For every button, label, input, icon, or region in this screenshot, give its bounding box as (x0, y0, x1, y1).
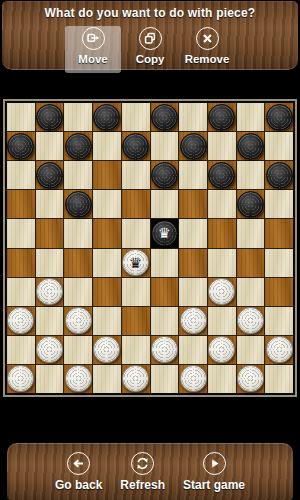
square-r7c4[interactable] (93, 278, 121, 306)
square-r10c6[interactable] (151, 365, 179, 393)
square-r3c6[interactable] (151, 161, 179, 189)
square-r9c1[interactable] (7, 336, 35, 364)
square-r8c9[interactable] (237, 307, 265, 335)
square-r7c3[interactable] (64, 278, 92, 306)
move-button-label: Move (78, 53, 107, 65)
black-king[interactable]: ♛ (151, 220, 178, 247)
square-r5c2[interactable] (36, 219, 64, 247)
square-r8c8[interactable] (208, 307, 236, 335)
square-r8c1[interactable] (7, 307, 35, 335)
white-man[interactable] (7, 307, 34, 334)
square-r2c5[interactable] (122, 132, 150, 160)
dialog-title: What do you want to do with piece? (2, 6, 298, 20)
remove-button[interactable]: Remove (179, 26, 235, 73)
bottom-button-row: Go back Refresh (7, 451, 293, 492)
crown-icon: ♛ (123, 250, 148, 275)
square-r5c7[interactable] (179, 219, 207, 247)
square-r4c5[interactable] (122, 190, 150, 218)
bottom-nav-bar: Go back Refresh (7, 443, 293, 500)
square-r6c2[interactable] (36, 249, 64, 277)
black-man[interactable] (122, 133, 149, 160)
black-man[interactable] (93, 104, 120, 131)
go-back-label: Go back (55, 478, 102, 492)
white-man[interactable] (122, 365, 149, 392)
black-man[interactable] (180, 133, 207, 160)
square-r6c7[interactable] (179, 249, 207, 277)
square-r1c5[interactable] (122, 103, 150, 131)
square-r9c6[interactable] (151, 336, 179, 364)
square-r5c10[interactable] (265, 219, 293, 247)
square-r4c1[interactable] (7, 190, 35, 218)
square-r6c9[interactable] (237, 249, 265, 277)
black-man[interactable] (36, 104, 63, 131)
square-r9c5[interactable] (122, 336, 150, 364)
refresh-label: Refresh (120, 478, 165, 492)
white-man[interactable] (237, 307, 264, 334)
square-r3c4[interactable] (93, 161, 121, 189)
square-r10c1[interactable] (7, 365, 35, 393)
square-r1c1[interactable] (7, 103, 35, 131)
square-r8c6[interactable] (151, 307, 179, 335)
square-r2c2[interactable] (36, 132, 64, 160)
remove-button-label: Remove (185, 53, 230, 65)
square-r4c4[interactable] (93, 190, 121, 218)
square-r10c2[interactable] (36, 365, 64, 393)
square-r3c9[interactable] (237, 161, 265, 189)
square-r5c8[interactable] (208, 219, 236, 247)
square-r10c7[interactable] (179, 365, 207, 393)
square-r2c7[interactable] (179, 132, 207, 160)
refresh-icon (131, 452, 154, 475)
square-r4c10[interactable] (265, 190, 293, 218)
white-king[interactable]: ♛ (122, 249, 149, 276)
square-r6c1[interactable] (7, 249, 35, 277)
square-r7c2[interactable] (36, 278, 64, 306)
refresh-button[interactable]: Refresh (120, 451, 165, 492)
square-r3c8[interactable] (208, 161, 236, 189)
go-back-icon (67, 452, 90, 475)
square-r8c7[interactable] (179, 307, 207, 335)
square-r7c5[interactable] (122, 278, 150, 306)
square-r6c5[interactable]: ♛ (122, 249, 150, 277)
dialog-button-row: Move Copy Remove (2, 26, 298, 73)
black-man[interactable] (7, 133, 34, 160)
board-frame: ♛♛ (3, 99, 297, 397)
square-r6c10[interactable] (265, 249, 293, 277)
square-r7c10[interactable] (265, 278, 293, 306)
checkers-app-screen: What do you want to do with piece? Move (0, 0, 300, 500)
white-man[interactable] (65, 365, 92, 392)
square-r4c2[interactable] (36, 190, 64, 218)
square-r8c10[interactable] (265, 307, 293, 335)
square-r7c9[interactable] (237, 278, 265, 306)
square-r2c9[interactable] (237, 132, 265, 160)
black-man[interactable] (65, 191, 92, 218)
square-r10c9[interactable] (237, 365, 265, 393)
copy-icon (139, 27, 162, 50)
square-r5c6[interactable]: ♛ (151, 219, 179, 247)
square-r8c2[interactable] (36, 307, 64, 335)
square-r5c1[interactable] (7, 219, 35, 247)
square-r4c9[interactable] (237, 190, 265, 218)
square-r1c8[interactable] (208, 103, 236, 131)
start-game-icon (203, 452, 226, 475)
white-man[interactable] (151, 336, 178, 363)
square-r5c9[interactable] (237, 219, 265, 247)
square-r1c6[interactable] (151, 103, 179, 131)
copy-button-label: Copy (136, 53, 165, 65)
square-r3c7[interactable] (179, 161, 207, 189)
black-man[interactable] (266, 162, 293, 189)
square-r6c6[interactable] (151, 249, 179, 277)
white-man[interactable] (7, 365, 34, 392)
square-r6c3[interactable] (64, 249, 92, 277)
square-r1c7[interactable] (179, 103, 207, 131)
square-r3c3[interactable] (64, 161, 92, 189)
white-man[interactable] (65, 307, 92, 334)
remove-icon (196, 27, 219, 50)
board-grid: ♛♛ (7, 103, 293, 393)
white-man[interactable] (180, 307, 207, 334)
black-man[interactable] (151, 104, 178, 131)
black-man[interactable] (36, 162, 63, 189)
square-r9c7[interactable] (179, 336, 207, 364)
square-r8c3[interactable] (64, 307, 92, 335)
go-back-button[interactable]: Go back (55, 451, 102, 492)
start-game-button[interactable]: Start game (183, 451, 245, 492)
black-man[interactable] (151, 162, 178, 189)
square-r8c4[interactable] (93, 307, 121, 335)
square-r4c3[interactable] (64, 190, 92, 218)
crown-icon: ♛ (152, 221, 177, 246)
square-r3c10[interactable] (265, 161, 293, 189)
square-r4c6[interactable] (151, 190, 179, 218)
white-man[interactable] (208, 278, 235, 305)
square-r9c3[interactable] (64, 336, 92, 364)
black-man[interactable] (237, 133, 264, 160)
square-r9c9[interactable] (237, 336, 265, 364)
black-man[interactable] (237, 191, 264, 218)
square-r9c8[interactable] (208, 336, 236, 364)
square-r2c4[interactable] (93, 132, 121, 160)
black-man[interactable] (266, 104, 293, 131)
square-r7c8[interactable] (208, 278, 236, 306)
square-r9c10[interactable] (265, 336, 293, 364)
white-man[interactable] (266, 336, 293, 363)
black-man[interactable] (208, 162, 235, 189)
square-r6c8[interactable] (208, 249, 236, 277)
square-r9c2[interactable] (36, 336, 64, 364)
square-r10c8[interactable] (208, 365, 236, 393)
square-r4c7[interactable] (179, 190, 207, 218)
square-r9c4[interactable] (93, 336, 121, 364)
square-r5c3[interactable] (64, 219, 92, 247)
white-man[interactable] (36, 336, 63, 363)
square-r3c1[interactable] (7, 161, 35, 189)
black-man[interactable] (208, 104, 235, 131)
white-man[interactable] (237, 365, 264, 392)
copy-button[interactable]: Copy (122, 26, 178, 73)
white-man[interactable] (93, 336, 120, 363)
white-man[interactable] (36, 278, 63, 305)
square-r2c6[interactable] (151, 132, 179, 160)
square-r1c3[interactable] (64, 103, 92, 131)
square-r5c4[interactable] (93, 219, 121, 247)
square-r10c10[interactable] (265, 365, 293, 393)
square-r3c2[interactable] (36, 161, 64, 189)
square-r2c8[interactable] (208, 132, 236, 160)
white-man[interactable] (208, 336, 235, 363)
square-r2c3[interactable] (64, 132, 92, 160)
square-r8c5[interactable] (122, 307, 150, 335)
square-r7c6[interactable] (151, 278, 179, 306)
square-r2c10[interactable] (265, 132, 293, 160)
square-r5c5[interactable] (122, 219, 150, 247)
square-r1c10[interactable] (265, 103, 293, 131)
move-button[interactable]: Move (65, 26, 121, 73)
move-icon (82, 27, 105, 50)
square-r10c3[interactable] (64, 365, 92, 393)
square-r6c4[interactable] (93, 249, 121, 277)
square-r4c8[interactable] (208, 190, 236, 218)
start-game-label: Start game (183, 478, 245, 492)
square-r7c1[interactable] (7, 278, 35, 306)
square-r7c7[interactable] (179, 278, 207, 306)
square-r2c1[interactable] (7, 132, 35, 160)
square-r1c2[interactable] (36, 103, 64, 131)
black-man[interactable] (65, 133, 92, 160)
square-r10c5[interactable] (122, 365, 150, 393)
square-r1c4[interactable] (93, 103, 121, 131)
square-r10c4[interactable] (93, 365, 121, 393)
piece-action-dialog: What do you want to do with piece? Move (2, 1, 298, 70)
square-r3c5[interactable] (122, 161, 150, 189)
square-r1c9[interactable] (237, 103, 265, 131)
white-man[interactable] (180, 365, 207, 392)
